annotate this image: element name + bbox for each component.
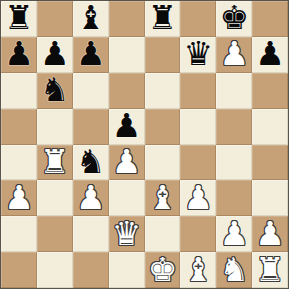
- square-d1[interactable]: [109, 252, 145, 288]
- square-b1[interactable]: [37, 252, 73, 288]
- square-g4[interactable]: [216, 145, 252, 181]
- square-e3[interactable]: ♝: [145, 180, 181, 216]
- square-b7[interactable]: ♟: [37, 37, 73, 73]
- piece-white-pawn[interactable]: ♟: [76, 181, 106, 214]
- chess-board: ♜♝♜♚♟♟♟♛♟♟♞♟♜♞♟♟♟♝♟♛♟♟♚♝♞♜: [0, 0, 289, 289]
- piece-black-knight[interactable]: ♞: [40, 73, 70, 106]
- piece-black-pawn[interactable]: ♟: [255, 37, 285, 70]
- square-b6[interactable]: ♞: [37, 73, 73, 109]
- piece-black-rook[interactable]: ♜: [148, 1, 178, 34]
- piece-white-pawn[interactable]: ♟: [184, 181, 214, 214]
- square-f2[interactable]: [180, 216, 216, 252]
- square-a4[interactable]: [1, 145, 37, 181]
- square-d2[interactable]: ♛: [109, 216, 145, 252]
- square-g2[interactable]: ♟: [216, 216, 252, 252]
- square-g7[interactable]: ♟: [216, 37, 252, 73]
- square-f1[interactable]: ♝: [180, 252, 216, 288]
- square-e8[interactable]: ♜: [145, 1, 181, 37]
- square-h5[interactable]: [252, 109, 288, 145]
- square-c2[interactable]: [73, 216, 109, 252]
- piece-black-king[interactable]: ♚: [219, 1, 249, 34]
- piece-white-pawn[interactable]: ♟: [219, 37, 249, 70]
- square-f8[interactable]: [180, 1, 216, 37]
- piece-white-rook[interactable]: ♜: [40, 145, 70, 178]
- square-g3[interactable]: [216, 180, 252, 216]
- square-c1[interactable]: [73, 252, 109, 288]
- piece-black-bishop[interactable]: ♝: [76, 1, 106, 34]
- piece-black-pawn[interactable]: ♟: [40, 37, 70, 70]
- square-h2[interactable]: ♟: [252, 216, 288, 252]
- piece-white-pawn[interactable]: ♟: [112, 145, 142, 178]
- piece-white-knight[interactable]: ♞: [219, 253, 249, 286]
- square-a7[interactable]: ♟: [1, 37, 37, 73]
- square-h8[interactable]: [252, 1, 288, 37]
- square-a1[interactable]: [1, 252, 37, 288]
- square-f3[interactable]: ♟: [180, 180, 216, 216]
- square-f7[interactable]: ♛: [180, 37, 216, 73]
- square-b2[interactable]: [37, 216, 73, 252]
- square-h6[interactable]: [252, 73, 288, 109]
- square-c8[interactable]: ♝: [73, 1, 109, 37]
- square-f5[interactable]: [180, 109, 216, 145]
- square-h1[interactable]: ♜: [252, 252, 288, 288]
- piece-white-pawn[interactable]: ♟: [219, 217, 249, 250]
- square-h7[interactable]: ♟: [252, 37, 288, 73]
- square-c7[interactable]: ♟: [73, 37, 109, 73]
- piece-white-pawn[interactable]: ♟: [4, 181, 34, 214]
- square-d4[interactable]: ♟: [109, 145, 145, 181]
- piece-black-knight[interactable]: ♞: [76, 145, 106, 178]
- square-a5[interactable]: [1, 109, 37, 145]
- square-g1[interactable]: ♞: [216, 252, 252, 288]
- square-e6[interactable]: [145, 73, 181, 109]
- piece-black-rook[interactable]: ♜: [4, 1, 34, 34]
- square-e4[interactable]: [145, 145, 181, 181]
- square-a6[interactable]: [1, 73, 37, 109]
- square-e5[interactable]: [145, 109, 181, 145]
- square-b4[interactable]: ♜: [37, 145, 73, 181]
- square-c5[interactable]: [73, 109, 109, 145]
- piece-black-pawn[interactable]: ♟: [4, 37, 34, 70]
- square-c3[interactable]: ♟: [73, 180, 109, 216]
- square-h3[interactable]: [252, 180, 288, 216]
- square-d8[interactable]: [109, 1, 145, 37]
- square-a3[interactable]: ♟: [1, 180, 37, 216]
- square-c6[interactable]: [73, 73, 109, 109]
- square-f4[interactable]: [180, 145, 216, 181]
- square-b8[interactable]: [37, 1, 73, 37]
- square-h4[interactable]: [252, 145, 288, 181]
- square-c4[interactable]: ♞: [73, 145, 109, 181]
- piece-white-bishop[interactable]: ♝: [184, 253, 214, 286]
- square-g8[interactable]: ♚: [216, 1, 252, 37]
- piece-white-rook[interactable]: ♜: [255, 253, 285, 286]
- square-d5[interactable]: ♟: [109, 109, 145, 145]
- square-a2[interactable]: [1, 216, 37, 252]
- square-b3[interactable]: [37, 180, 73, 216]
- chess-board-wrapper: ♜♝♜♚♟♟♟♛♟♟♞♟♜♞♟♟♟♝♟♛♟♟♚♝♞♜: [0, 0, 289, 289]
- square-d6[interactable]: [109, 73, 145, 109]
- square-d3[interactable]: [109, 180, 145, 216]
- square-g6[interactable]: [216, 73, 252, 109]
- piece-white-king[interactable]: ♚: [148, 253, 178, 286]
- piece-black-pawn[interactable]: ♟: [112, 109, 142, 142]
- square-e1[interactable]: ♚: [145, 252, 181, 288]
- piece-white-pawn[interactable]: ♟: [255, 217, 285, 250]
- piece-black-pawn[interactable]: ♟: [76, 37, 106, 70]
- square-g5[interactable]: [216, 109, 252, 145]
- piece-white-bishop[interactable]: ♝: [148, 181, 178, 214]
- piece-white-queen[interactable]: ♛: [112, 217, 142, 250]
- square-d7[interactable]: [109, 37, 145, 73]
- square-e2[interactable]: [145, 216, 181, 252]
- square-f6[interactable]: [180, 73, 216, 109]
- square-b5[interactable]: [37, 109, 73, 145]
- square-a8[interactable]: ♜: [1, 1, 37, 37]
- piece-black-queen[interactable]: ♛: [184, 37, 214, 70]
- square-e7[interactable]: [145, 37, 181, 73]
